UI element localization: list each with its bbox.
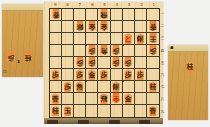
- square-94[interactable]: [50, 45, 62, 57]
- rank-label-7: 七: [161, 85, 164, 89]
- piece-36[interactable]: 歩: [123, 69, 133, 80]
- square-64[interactable]: 歩: [86, 45, 98, 57]
- square-24[interactable]: [135, 45, 147, 57]
- square-55[interactable]: [98, 57, 110, 69]
- square-75[interactable]: 歩: [74, 57, 86, 69]
- piece-48[interactable]: 全: [111, 93, 121, 104]
- square-26[interactable]: 歩: [135, 69, 147, 81]
- square-83[interactable]: [62, 33, 74, 45]
- square-96[interactable]: 歩: [50, 69, 62, 81]
- square-12[interactable]: 香: [147, 21, 159, 33]
- file-label-3: 3: [123, 3, 135, 7]
- rank-label-8: 八: [161, 97, 164, 101]
- square-58[interactable]: 飛: [98, 93, 110, 105]
- square-38[interactable]: 金: [123, 93, 135, 105]
- hoshi-point: [85, 80, 87, 82]
- piece-23[interactable]: 銀: [135, 33, 145, 44]
- square-43[interactable]: [111, 33, 123, 45]
- piece-52[interactable]: 金: [99, 21, 109, 32]
- square-46[interactable]: [111, 69, 123, 81]
- piece-77[interactable]: 角: [75, 81, 85, 92]
- piece-35[interactable]: 歩: [123, 57, 133, 68]
- square-53[interactable]: [98, 33, 110, 45]
- piece-76[interactable]: 歩: [75, 69, 85, 80]
- piece-13[interactable]: 王: [148, 33, 158, 44]
- square-36[interactable]: 歩: [123, 69, 135, 81]
- square-27[interactable]: [135, 81, 147, 93]
- rank-label-4: 四: [161, 49, 164, 53]
- square-39[interactable]: [123, 105, 135, 117]
- square-25[interactable]: [135, 57, 147, 69]
- rank-label-5: 五: [161, 61, 164, 65]
- piece-66[interactable]: 金: [87, 69, 97, 80]
- square-29[interactable]: [135, 105, 147, 117]
- square-22[interactable]: [135, 21, 147, 33]
- gote-hand-歩[interactable]: 歩: [6, 52, 16, 63]
- square-31[interactable]: [123, 9, 135, 21]
- piece-44[interactable]: 歩: [111, 45, 121, 56]
- file-label-9: 9: [49, 3, 61, 7]
- rank-label-1: 一: [161, 12, 164, 16]
- square-28[interactable]: [135, 93, 147, 105]
- piece-33[interactable]: と: [123, 33, 133, 44]
- square-66[interactable]: 金: [86, 69, 98, 81]
- square-86[interactable]: [62, 69, 74, 81]
- file-label-7: 7: [74, 3, 86, 7]
- piece-87[interactable]: 歩: [63, 81, 73, 92]
- piece-12[interactable]: 香: [148, 21, 158, 32]
- piece-14[interactable]: 歩: [148, 45, 158, 56]
- file-label-1: 1: [148, 3, 160, 7]
- piece-51[interactable]: 飛: [99, 9, 109, 20]
- square-93[interactable]: [50, 33, 62, 45]
- square-92[interactable]: [50, 21, 62, 33]
- square-97[interactable]: [50, 81, 62, 93]
- piece-26[interactable]: 歩: [135, 69, 145, 80]
- square-91[interactable]: 香: [50, 9, 62, 21]
- square-35[interactable]: 歩: [123, 57, 135, 69]
- piece-96[interactable]: 歩: [51, 69, 61, 80]
- file-label-2: 2: [135, 3, 147, 7]
- piece-45[interactable]: 歩: [111, 57, 121, 68]
- square-99[interactable]: 桂: [50, 105, 62, 117]
- square-89[interactable]: 玉: [62, 105, 74, 117]
- sente-hand-桂[interactable]: 桂: [185, 62, 195, 73]
- square-49[interactable]: [111, 105, 123, 117]
- square-74[interactable]: [74, 45, 86, 57]
- square-69[interactable]: [86, 105, 98, 117]
- shogi-app: ☖ 香飛銀金金香と銀王歩角歩歩歩歩歩歩歩歩金歩歩歩歩角銀桂香飛全金桂玉香 ☗ 9…: [0, 0, 210, 127]
- board-foot: [109, 120, 120, 124]
- square-23[interactable]: 銀: [135, 33, 147, 45]
- square-51[interactable]: 飛: [98, 9, 110, 21]
- piece-58[interactable]: 飛: [99, 93, 109, 104]
- square-14[interactable]: 歩: [147, 45, 159, 57]
- square-48[interactable]: 全: [111, 93, 123, 105]
- piece-54[interactable]: 角: [99, 45, 109, 56]
- piece-38[interactable]: 金: [123, 93, 133, 104]
- square-82[interactable]: [62, 21, 74, 33]
- piece-65[interactable]: 歩: [87, 57, 97, 68]
- square-71[interactable]: [74, 9, 86, 21]
- square-42[interactable]: [111, 21, 123, 33]
- square-18[interactable]: [147, 93, 159, 105]
- piece-47[interactable]: 銀: [111, 81, 121, 92]
- board-grid: 香飛銀金金香と銀王歩角歩歩歩歩歩歩歩歩金歩歩歩歩角銀桂香飛全金桂玉香: [49, 8, 160, 118]
- square-78[interactable]: [74, 93, 86, 105]
- piece-89[interactable]: 玉: [63, 106, 73, 117]
- gote-mark-icon: ☖: [3, 70, 7, 74]
- piece-64[interactable]: 歩: [87, 45, 97, 56]
- file-label-5: 5: [98, 3, 110, 7]
- gote-piece-stand: ☖: [2, 4, 43, 77]
- board-foot: [78, 120, 89, 124]
- square-21[interactable]: [135, 9, 147, 21]
- square-65[interactable]: 歩: [86, 57, 98, 69]
- piece-72[interactable]: 銀: [75, 21, 85, 32]
- hoshi-point: [122, 80, 124, 82]
- square-41[interactable]: [111, 9, 123, 21]
- rank-label-3: 三: [161, 36, 164, 40]
- gote-stand-header: [2, 4, 43, 11]
- square-61[interactable]: [86, 9, 98, 21]
- gote-hand-桂[interactable]: 桂: [23, 52, 33, 63]
- board-foot: [139, 120, 150, 124]
- square-67[interactable]: [86, 81, 98, 93]
- piece-98[interactable]: 香: [51, 93, 61, 104]
- hoshi-point: [85, 44, 87, 46]
- file-label-4: 4: [111, 3, 123, 7]
- sente-piece-stand: ☗: [168, 45, 208, 120]
- square-32[interactable]: [123, 21, 135, 33]
- file-label-6: 6: [86, 3, 98, 7]
- board-foot: [47, 120, 58, 124]
- piece-91[interactable]: 香: [51, 9, 61, 20]
- square-57[interactable]: [98, 81, 110, 93]
- square-44[interactable]: 歩: [111, 45, 123, 57]
- square-47[interactable]: 銀: [111, 81, 123, 93]
- piece-99[interactable]: 桂: [51, 106, 61, 117]
- gote-hand-piece[interactable]: 歩: [6, 52, 16, 63]
- piece-56[interactable]: 歩: [99, 69, 109, 80]
- piece-17[interactable]: 桂: [148, 81, 158, 92]
- square-11[interactable]: [147, 9, 159, 21]
- square-95[interactable]: [50, 57, 62, 69]
- square-62[interactable]: 金: [86, 21, 98, 33]
- square-84[interactable]: [62, 45, 74, 57]
- piece-75[interactable]: 歩: [75, 57, 85, 68]
- square-54[interactable]: 角: [98, 45, 110, 57]
- square-81[interactable]: [62, 9, 74, 21]
- rank-label-6: 六: [161, 73, 164, 77]
- rank-label-2: 二: [161, 24, 164, 28]
- sente-mark-icon: ☗: [170, 46, 174, 50]
- square-98[interactable]: 香: [50, 93, 62, 105]
- square-19[interactable]: 香: [147, 105, 159, 117]
- square-79[interactable]: [74, 105, 86, 117]
- square-68[interactable]: [86, 93, 98, 105]
- gote-hand-piece[interactable]: 桂: [23, 52, 33, 63]
- square-45[interactable]: 歩: [111, 57, 123, 69]
- square-88[interactable]: [62, 93, 74, 105]
- square-59[interactable]: [98, 105, 110, 117]
- square-16[interactable]: [147, 69, 159, 81]
- sente-stand-header: [168, 45, 208, 52]
- gote-hand-count: 3: [17, 60, 20, 64]
- square-63[interactable]: [86, 33, 98, 45]
- hoshi-point: [122, 44, 124, 46]
- square-52[interactable]: 金: [98, 21, 110, 33]
- rank-label-9: 九: [161, 110, 164, 114]
- square-85[interactable]: [62, 57, 74, 69]
- square-34[interactable]: [123, 45, 135, 57]
- sente-hand-piece[interactable]: 桂: [185, 62, 195, 73]
- square-87[interactable]: 歩: [62, 81, 74, 93]
- piece-62[interactable]: 金: [87, 21, 97, 32]
- square-17[interactable]: 桂: [147, 81, 159, 93]
- file-label-8: 8: [61, 3, 73, 7]
- piece-19[interactable]: 香: [148, 106, 158, 117]
- square-15[interactable]: [147, 57, 159, 69]
- square-56[interactable]: 歩: [98, 69, 110, 81]
- square-13[interactable]: 王: [147, 33, 159, 45]
- square-72[interactable]: 銀: [74, 21, 86, 33]
- square-77[interactable]: 角: [74, 81, 86, 93]
- square-33[interactable]: と: [123, 33, 135, 45]
- square-37[interactable]: [123, 81, 135, 93]
